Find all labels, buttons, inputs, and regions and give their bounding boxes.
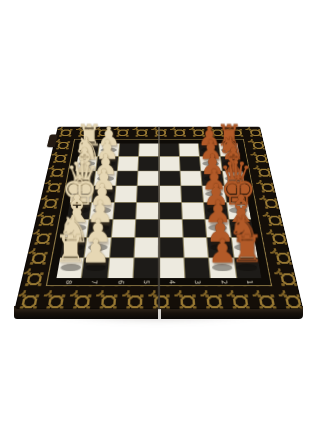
product-photo-scene: 87654321 ♜♞♝♛♚♝♞♜♟♟♟♟♟♟♟♟♟♟♟♟♟♟♟♟♜♞♝♛♚♝♞… [0, 0, 310, 430]
white-pawn-piece: ♟ [81, 235, 110, 268]
black-rook-piece: ♜ [230, 230, 263, 267]
pieces-layer: ♜♞♝♛♚♝♞♜♟♟♟♟♟♟♟♟♟♟♟♟♟♟♟♟♜♞♝♛♚♝♞♜ [15, 127, 304, 310]
chess-board: 87654321 ♜♞♝♛♚♝♞♜♟♟♟♟♟♟♟♟♟♟♟♟♟♟♟♟♜♞♝♛♚♝♞… [15, 127, 304, 310]
